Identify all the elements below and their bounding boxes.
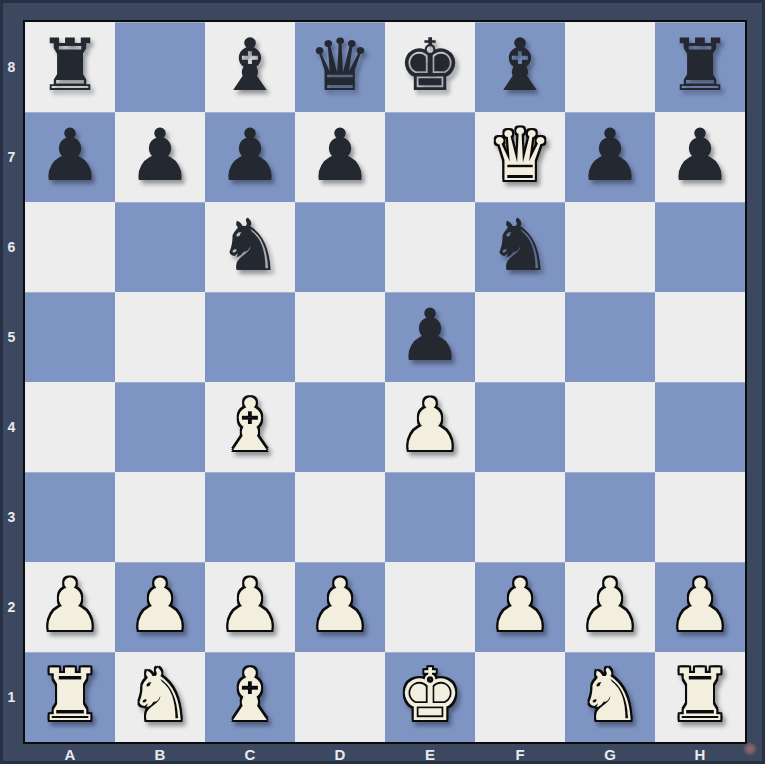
file-label-e: E <box>385 744 475 764</box>
piece-white-pawn[interactable]: ♟ <box>218 569 283 641</box>
square-e5[interactable]: ♟ <box>385 292 475 382</box>
piece-white-bishop[interactable]: ♝ <box>218 659 283 731</box>
piece-white-rook[interactable]: ♜ <box>668 659 733 731</box>
rank-label-8: 8 <box>0 22 23 112</box>
square-c2[interactable]: ♟ <box>205 562 295 652</box>
rank-label-1: 1 <box>0 652 23 742</box>
piece-white-rook[interactable]: ♜ <box>38 659 103 731</box>
piece-white-bishop[interactable]: ♝ <box>218 389 283 461</box>
square-e1[interactable]: ♚ <box>385 652 475 742</box>
square-b8[interactable] <box>115 22 205 112</box>
square-a3[interactable] <box>25 472 115 562</box>
file-labels: ABCDEFGH <box>25 744 745 764</box>
square-d3[interactable] <box>295 472 385 562</box>
rank-label-7: 7 <box>0 112 23 202</box>
square-a1[interactable]: ♜ <box>25 652 115 742</box>
square-c6[interactable]: ♞ <box>205 202 295 292</box>
piece-black-bishop[interactable]: ♝ <box>218 29 283 101</box>
square-e6[interactable] <box>385 202 475 292</box>
square-d6[interactable] <box>295 202 385 292</box>
square-f7[interactable]: ♛ <box>475 112 565 202</box>
square-a7[interactable]: ♟ <box>25 112 115 202</box>
square-f1[interactable] <box>475 652 565 742</box>
piece-black-pawn[interactable]: ♟ <box>398 299 463 371</box>
piece-black-pawn[interactable]: ♟ <box>218 119 283 191</box>
square-g4[interactable] <box>565 382 655 472</box>
file-label-a: A <box>25 744 115 764</box>
square-c4[interactable]: ♝ <box>205 382 295 472</box>
square-b3[interactable] <box>115 472 205 562</box>
square-c1[interactable]: ♝ <box>205 652 295 742</box>
square-e2[interactable] <box>385 562 475 652</box>
piece-black-knight[interactable]: ♞ <box>488 209 553 281</box>
piece-black-pawn[interactable]: ♟ <box>668 119 733 191</box>
piece-black-bishop[interactable]: ♝ <box>488 29 553 101</box>
piece-white-pawn[interactable]: ♟ <box>578 569 643 641</box>
rank-label-6: 6 <box>0 202 23 292</box>
square-g3[interactable] <box>565 472 655 562</box>
square-e3[interactable] <box>385 472 475 562</box>
square-h3[interactable] <box>655 472 745 562</box>
piece-black-pawn[interactable]: ♟ <box>578 119 643 191</box>
file-label-f: F <box>475 744 565 764</box>
square-c8[interactable]: ♝ <box>205 22 295 112</box>
square-f5[interactable] <box>475 292 565 382</box>
square-e7[interactable] <box>385 112 475 202</box>
square-h2[interactable]: ♟ <box>655 562 745 652</box>
piece-white-queen[interactable]: ♛ <box>488 119 553 191</box>
piece-white-pawn[interactable]: ♟ <box>128 569 193 641</box>
corner-dot <box>743 742 757 756</box>
square-g1[interactable]: ♞ <box>565 652 655 742</box>
square-d4[interactable] <box>295 382 385 472</box>
piece-white-pawn[interactable]: ♟ <box>308 569 373 641</box>
square-b6[interactable] <box>115 202 205 292</box>
square-c3[interactable] <box>205 472 295 562</box>
square-g7[interactable]: ♟ <box>565 112 655 202</box>
square-d8[interactable]: ♛ <box>295 22 385 112</box>
piece-white-knight[interactable]: ♞ <box>578 659 643 731</box>
file-label-d: D <box>295 744 385 764</box>
piece-black-king[interactable]: ♚ <box>398 29 463 101</box>
piece-white-knight[interactable]: ♞ <box>128 659 193 731</box>
piece-white-pawn[interactable]: ♟ <box>488 569 553 641</box>
square-b7[interactable]: ♟ <box>115 112 205 202</box>
square-h1[interactable]: ♜ <box>655 652 745 742</box>
square-h5[interactable] <box>655 292 745 382</box>
square-a2[interactable]: ♟ <box>25 562 115 652</box>
square-f4[interactable] <box>475 382 565 472</box>
square-e4[interactable]: ♟ <box>385 382 475 472</box>
square-b2[interactable]: ♟ <box>115 562 205 652</box>
file-label-c: C <box>205 744 295 764</box>
square-g8[interactable] <box>565 22 655 112</box>
rank-label-5: 5 <box>0 292 23 382</box>
piece-white-king[interactable]: ♚ <box>398 659 463 731</box>
piece-black-pawn[interactable]: ♟ <box>38 119 103 191</box>
piece-white-pawn[interactable]: ♟ <box>38 569 103 641</box>
rank-label-2: 2 <box>0 562 23 652</box>
square-h4[interactable] <box>655 382 745 472</box>
square-f3[interactable] <box>475 472 565 562</box>
file-label-g: G <box>565 744 655 764</box>
file-label-h: H <box>655 744 745 764</box>
board: ♜♝♛♚♝♜♟♟♟♟♛♟♟♞♞♟♝♟♟♟♟♟♟♟♟♜♞♝♚♞♜ <box>23 20 747 744</box>
square-h8[interactable]: ♜ <box>655 22 745 112</box>
rank-label-3: 3 <box>0 472 23 562</box>
square-a5[interactable] <box>25 292 115 382</box>
piece-black-knight[interactable]: ♞ <box>218 209 283 281</box>
square-g6[interactable] <box>565 202 655 292</box>
square-b4[interactable] <box>115 382 205 472</box>
square-f2[interactable]: ♟ <box>475 562 565 652</box>
square-e8[interactable]: ♚ <box>385 22 475 112</box>
chessboard-panel: 87654321 ♜♝♛♚♝♜♟♟♟♟♛♟♟♞♞♟♝♟♟♟♟♟♟♟♟♜♞♝♚♞♜… <box>0 0 765 764</box>
square-d7[interactable]: ♟ <box>295 112 385 202</box>
square-a8[interactable]: ♜ <box>25 22 115 112</box>
square-h7[interactable]: ♟ <box>655 112 745 202</box>
piece-black-rook[interactable]: ♜ <box>668 29 733 101</box>
piece-black-pawn[interactable]: ♟ <box>128 119 193 191</box>
square-h6[interactable] <box>655 202 745 292</box>
piece-black-rook[interactable]: ♜ <box>38 29 103 101</box>
square-a6[interactable] <box>25 202 115 292</box>
square-c5[interactable] <box>205 292 295 382</box>
square-a4[interactable] <box>25 382 115 472</box>
piece-black-queen[interactable]: ♛ <box>308 29 373 101</box>
file-label-b: B <box>115 744 205 764</box>
piece-black-pawn[interactable]: ♟ <box>308 119 373 191</box>
square-g5[interactable] <box>565 292 655 382</box>
square-d5[interactable] <box>295 292 385 382</box>
square-b1[interactable]: ♞ <box>115 652 205 742</box>
rank-labels: 87654321 <box>0 22 23 742</box>
square-f8[interactable]: ♝ <box>475 22 565 112</box>
square-f6[interactable]: ♞ <box>475 202 565 292</box>
piece-white-pawn[interactable]: ♟ <box>668 569 733 641</box>
square-c7[interactable]: ♟ <box>205 112 295 202</box>
piece-white-pawn[interactable]: ♟ <box>398 389 463 461</box>
rank-label-4: 4 <box>0 382 23 472</box>
square-g2[interactable]: ♟ <box>565 562 655 652</box>
square-b5[interactable] <box>115 292 205 382</box>
square-d1[interactable] <box>295 652 385 742</box>
square-d2[interactable]: ♟ <box>295 562 385 652</box>
